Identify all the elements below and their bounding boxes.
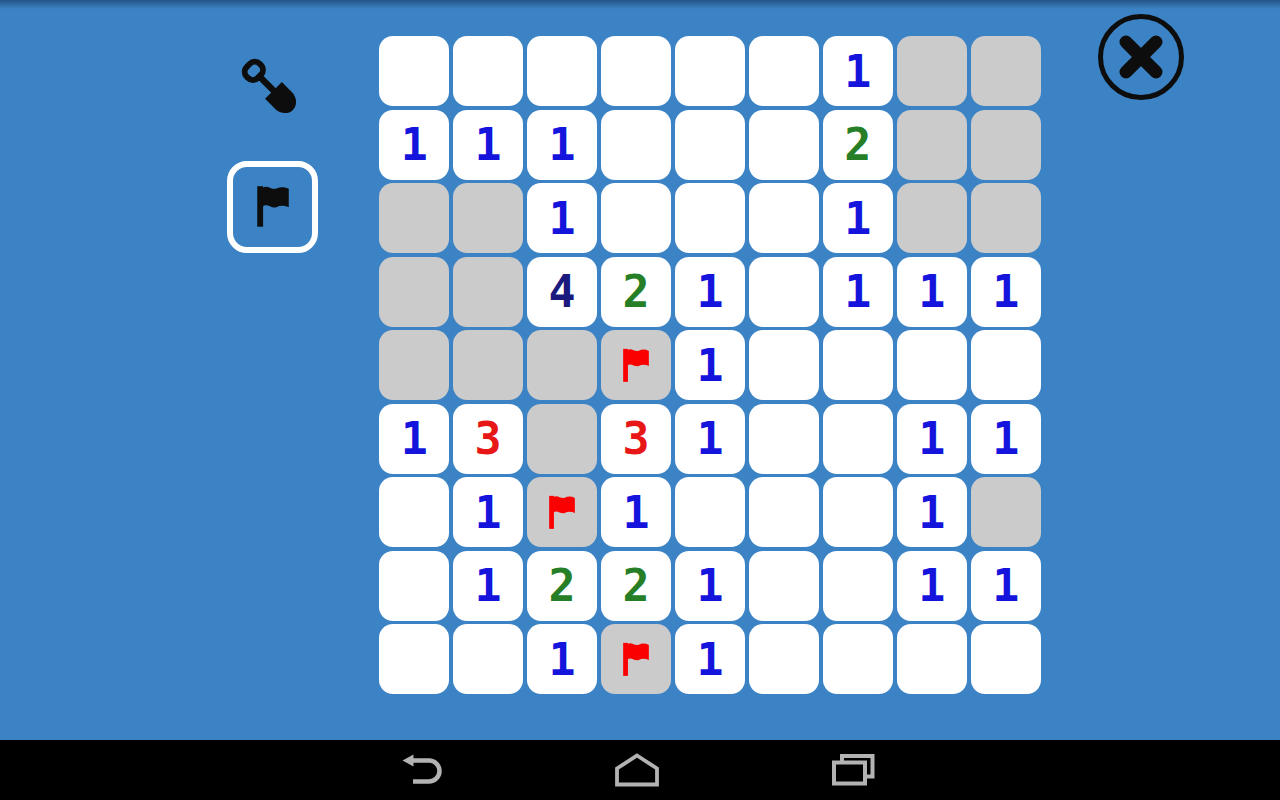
cell-r7c8[interactable]: 1 (897, 477, 967, 547)
cell-r9c1[interactable] (379, 624, 449, 694)
cell-r9c7[interactable] (823, 624, 893, 694)
cell-r6c4[interactable]: 3 (601, 404, 671, 474)
cell-r5c6[interactable] (749, 330, 819, 400)
mine-count: 3 (475, 416, 502, 461)
mine-count: 2 (549, 563, 576, 608)
cell-r7c1[interactable] (379, 477, 449, 547)
cell-r6c3[interactable] (527, 404, 597, 474)
cell-r6c1[interactable]: 1 (379, 404, 449, 474)
cell-r3c8[interactable] (897, 183, 967, 253)
nav-back-button[interactable] (376, 740, 472, 800)
cell-r1c2[interactable] (453, 36, 523, 106)
cell-r3c1[interactable] (379, 183, 449, 253)
cell-r6c9[interactable]: 1 (971, 404, 1041, 474)
mine-count: 1 (475, 122, 502, 167)
cell-r7c5[interactable] (675, 477, 745, 547)
cell-r3c5[interactable] (675, 183, 745, 253)
minesweeper-board: 1111211421111 11331111 111221111 1 (379, 36, 1041, 694)
cell-r1c4[interactable] (601, 36, 671, 106)
mine-count: 1 (918, 490, 945, 535)
nav-recents-button[interactable] (805, 740, 901, 800)
cell-r5c4[interactable] (601, 330, 671, 400)
cell-r6c5[interactable]: 1 (675, 404, 745, 474)
cell-r4c2[interactable] (453, 257, 523, 327)
cell-r4c9[interactable]: 1 (971, 257, 1041, 327)
cell-r4c3[interactable]: 4 (527, 257, 597, 327)
cell-r1c3[interactable] (527, 36, 597, 106)
recents-icon (831, 753, 875, 787)
minesweeper-screen: 1111211421111 11331111 111221111 1 (0, 0, 1280, 800)
mine-count: 1 (475, 563, 502, 608)
flag-icon (614, 637, 658, 681)
close-button[interactable] (1096, 12, 1186, 102)
cell-r2c2[interactable]: 1 (453, 110, 523, 180)
cell-r7c2[interactable]: 1 (453, 477, 523, 547)
cell-r9c2[interactable] (453, 624, 523, 694)
cell-r6c7[interactable] (823, 404, 893, 474)
mine-count: 1 (918, 563, 945, 608)
flag-tool-icon-slot (246, 179, 300, 236)
cell-r4c5[interactable]: 1 (675, 257, 745, 327)
back-icon (400, 754, 448, 786)
android-nav-bar (0, 740, 1280, 800)
cell-r1c9[interactable] (971, 36, 1041, 106)
cell-r1c5[interactable] (675, 36, 745, 106)
cell-r7c6[interactable] (749, 477, 819, 547)
cell-r3c3[interactable]: 1 (527, 183, 597, 253)
cell-r8c8[interactable]: 1 (897, 551, 967, 621)
cell-r8c9[interactable]: 1 (971, 551, 1041, 621)
mine-count: 1 (549, 196, 576, 241)
home-icon (614, 753, 660, 787)
mine-count: 1 (696, 343, 723, 388)
mine-count: 1 (696, 637, 723, 682)
cell-r8c4[interactable]: 2 (601, 551, 671, 621)
cell-r4c4[interactable]: 2 (601, 257, 671, 327)
mine-count: 1 (696, 416, 723, 461)
mine-count: 3 (623, 416, 650, 461)
mine-count: 1 (992, 269, 1019, 314)
nav-home-button[interactable] (589, 740, 685, 800)
cell-r2c4[interactable] (601, 110, 671, 180)
mine-count: 1 (844, 49, 871, 94)
mine-count: 1 (401, 416, 428, 461)
mine-count: 1 (992, 563, 1019, 608)
shovel-icon (230, 47, 319, 136)
cell-r8c7[interactable] (823, 551, 893, 621)
cell-r8c2[interactable]: 1 (453, 551, 523, 621)
cell-r3c6[interactable] (749, 183, 819, 253)
cell-r1c7[interactable]: 1 (823, 36, 893, 106)
cell-r4c8[interactable]: 1 (897, 257, 967, 327)
cell-r1c1[interactable] (379, 36, 449, 106)
cell-r3c7[interactable]: 1 (823, 183, 893, 253)
cell-r9c9[interactable] (971, 624, 1041, 694)
flag-icon (540, 490, 584, 534)
flag-icon (246, 179, 300, 233)
dig-tool[interactable] (216, 33, 335, 152)
cell-r5c7[interactable] (823, 330, 893, 400)
cell-r6c2[interactable]: 3 (453, 404, 523, 474)
cell-r9c8[interactable] (897, 624, 967, 694)
mine-count: 1 (918, 269, 945, 314)
cell-r1c8[interactable] (897, 36, 967, 106)
mine-count: 1 (918, 416, 945, 461)
cell-r7c4[interactable]: 1 (601, 477, 671, 547)
mine-count: 1 (992, 416, 1019, 461)
cell-r5c3[interactable] (527, 330, 597, 400)
cell-r6c6[interactable] (749, 404, 819, 474)
cell-r9c6[interactable] (749, 624, 819, 694)
cell-r5c8[interactable] (897, 330, 967, 400)
mine-count: 1 (844, 196, 871, 241)
flag-tool[interactable] (227, 161, 318, 253)
flag-icon (614, 343, 658, 387)
mine-count: 1 (696, 563, 723, 608)
cell-r6c8[interactable]: 1 (897, 404, 967, 474)
cell-r9c4[interactable] (601, 624, 671, 694)
mine-count: 1 (401, 122, 428, 167)
cell-r3c2[interactable] (453, 183, 523, 253)
mine-count: 1 (549, 637, 576, 682)
cell-r5c2[interactable] (453, 330, 523, 400)
cell-r7c9[interactable] (971, 477, 1041, 547)
mine-count: 1 (696, 269, 723, 314)
mine-count: 2 (623, 563, 650, 608)
cell-r9c5[interactable]: 1 (675, 624, 745, 694)
cell-r2c6[interactable] (749, 110, 819, 180)
cell-r7c3[interactable] (527, 477, 597, 547)
mine-count: 2 (623, 269, 650, 314)
cell-r5c5[interactable]: 1 (675, 330, 745, 400)
cell-r9c3[interactable]: 1 (527, 624, 597, 694)
cell-r2c5[interactable] (675, 110, 745, 180)
cell-r4c6[interactable] (749, 257, 819, 327)
cell-r4c1[interactable] (379, 257, 449, 327)
cell-r2c9[interactable] (971, 110, 1041, 180)
cell-r3c4[interactable] (601, 183, 671, 253)
close-icon (1096, 12, 1186, 102)
cell-r2c1[interactable]: 1 (379, 110, 449, 180)
cell-r1c6[interactable] (749, 36, 819, 106)
cell-r8c5[interactable]: 1 (675, 551, 745, 621)
mine-count: 1 (623, 490, 650, 535)
cell-r2c3[interactable]: 1 (527, 110, 597, 180)
cell-r2c8[interactable] (897, 110, 967, 180)
mine-count: 4 (549, 269, 576, 314)
cell-r4c7[interactable]: 1 (823, 257, 893, 327)
mine-count: 2 (844, 122, 871, 167)
mine-count: 1 (844, 269, 871, 314)
cell-r7c7[interactable] (823, 477, 893, 547)
cell-r3c9[interactable] (971, 183, 1041, 253)
cell-r8c3[interactable]: 2 (527, 551, 597, 621)
mine-count: 1 (475, 490, 502, 535)
mine-count: 1 (549, 122, 576, 167)
cell-r8c6[interactable] (749, 551, 819, 621)
cell-r2c7[interactable]: 2 (823, 110, 893, 180)
cell-r5c1[interactable] (379, 330, 449, 400)
cell-r5c9[interactable] (971, 330, 1041, 400)
cell-r8c1[interactable] (379, 551, 449, 621)
